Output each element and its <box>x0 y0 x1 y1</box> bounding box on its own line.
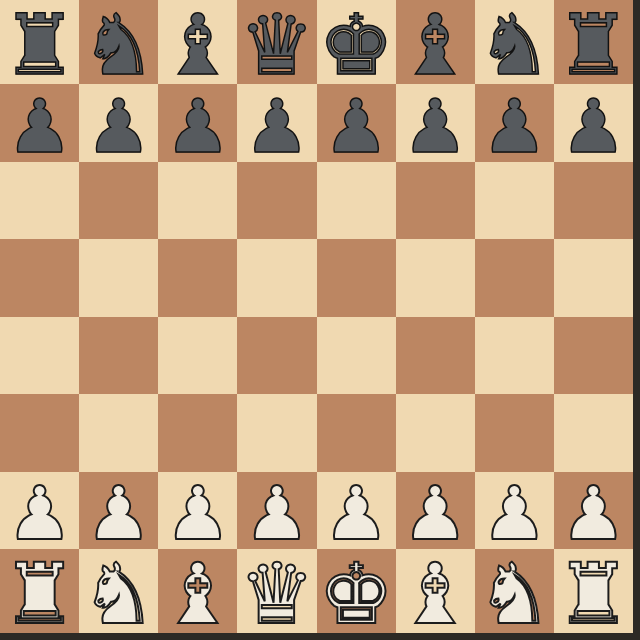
square-c2[interactable]: ♟ <box>158 472 237 550</box>
piece-black-king[interactable]: ♚ <box>318 3 393 87</box>
piece-black-pawn[interactable]: ♟ <box>560 89 626 163</box>
square-e2[interactable]: ♟ <box>317 472 396 550</box>
piece-white-pawn[interactable]: ♟ <box>481 476 547 550</box>
piece-white-bishop[interactable]: ♝ <box>398 552 473 636</box>
square-g1[interactable]: ♞ <box>475 549 554 633</box>
square-a3[interactable] <box>0 394 79 472</box>
square-a2[interactable]: ♟ <box>0 472 79 550</box>
square-c4[interactable] <box>158 317 237 395</box>
piece-black-pawn[interactable]: ♟ <box>6 89 72 163</box>
square-e1[interactable]: ♚ <box>317 549 396 633</box>
piece-black-knight[interactable]: ♞ <box>477 3 552 87</box>
square-e5[interactable] <box>317 239 396 317</box>
square-h5[interactable] <box>554 239 633 317</box>
piece-black-pawn[interactable]: ♟ <box>323 89 389 163</box>
square-f4[interactable] <box>396 317 475 395</box>
piece-white-queen[interactable]: ♛ <box>239 552 314 636</box>
square-d1[interactable]: ♛ <box>237 549 316 633</box>
square-e3[interactable] <box>317 394 396 472</box>
piece-black-queen[interactable]: ♛ <box>239 3 314 87</box>
piece-white-pawn[interactable]: ♟ <box>86 476 152 550</box>
square-g8[interactable]: ♞ <box>475 0 554 84</box>
square-c3[interactable] <box>158 394 237 472</box>
square-b5[interactable] <box>79 239 158 317</box>
piece-white-pawn[interactable]: ♟ <box>165 476 231 550</box>
square-e4[interactable] <box>317 317 396 395</box>
square-g6[interactable] <box>475 162 554 240</box>
square-f1[interactable]: ♝ <box>396 549 475 633</box>
piece-white-bishop[interactable]: ♝ <box>160 552 235 636</box>
piece-black-knight[interactable]: ♞ <box>81 3 156 87</box>
square-f2[interactable]: ♟ <box>396 472 475 550</box>
square-g5[interactable] <box>475 239 554 317</box>
square-b8[interactable]: ♞ <box>79 0 158 84</box>
square-d7[interactable]: ♟ <box>237 84 316 162</box>
square-h2[interactable]: ♟ <box>554 472 633 550</box>
piece-black-pawn[interactable]: ♟ <box>481 89 547 163</box>
piece-white-pawn[interactable]: ♟ <box>402 476 468 550</box>
square-h3[interactable] <box>554 394 633 472</box>
square-a4[interactable] <box>0 317 79 395</box>
square-c1[interactable]: ♝ <box>158 549 237 633</box>
square-c8[interactable]: ♝ <box>158 0 237 84</box>
square-h8[interactable]: ♜ <box>554 0 633 84</box>
square-d4[interactable] <box>237 317 316 395</box>
piece-white-pawn[interactable]: ♟ <box>244 476 310 550</box>
square-h4[interactable] <box>554 317 633 395</box>
piece-white-pawn[interactable]: ♟ <box>560 476 626 550</box>
piece-black-rook[interactable]: ♜ <box>2 3 77 87</box>
square-c5[interactable] <box>158 239 237 317</box>
square-b1[interactable]: ♞ <box>79 549 158 633</box>
square-a7[interactable]: ♟ <box>0 84 79 162</box>
piece-white-knight[interactable]: ♞ <box>81 552 156 636</box>
piece-white-pawn[interactable]: ♟ <box>6 476 72 550</box>
piece-black-bishop[interactable]: ♝ <box>398 3 473 87</box>
square-d5[interactable] <box>237 239 316 317</box>
piece-black-pawn[interactable]: ♟ <box>244 89 310 163</box>
square-h7[interactable]: ♟ <box>554 84 633 162</box>
square-e8[interactable]: ♚ <box>317 0 396 84</box>
square-a8[interactable]: ♜ <box>0 0 79 84</box>
square-b2[interactable]: ♟ <box>79 472 158 550</box>
piece-white-king[interactable]: ♚ <box>318 552 393 636</box>
piece-white-rook[interactable]: ♜ <box>2 552 77 636</box>
square-c7[interactable]: ♟ <box>158 84 237 162</box>
square-b3[interactable] <box>79 394 158 472</box>
piece-white-pawn[interactable]: ♟ <box>323 476 389 550</box>
square-g7[interactable]: ♟ <box>475 84 554 162</box>
piece-black-rook[interactable]: ♜ <box>556 3 631 87</box>
square-e6[interactable] <box>317 162 396 240</box>
square-c6[interactable] <box>158 162 237 240</box>
piece-black-pawn[interactable]: ♟ <box>86 89 152 163</box>
square-f5[interactable] <box>396 239 475 317</box>
square-f6[interactable] <box>396 162 475 240</box>
square-f8[interactable]: ♝ <box>396 0 475 84</box>
square-g4[interactable] <box>475 317 554 395</box>
square-d3[interactable] <box>237 394 316 472</box>
square-d8[interactable]: ♛ <box>237 0 316 84</box>
square-a6[interactable] <box>0 162 79 240</box>
square-d6[interactable] <box>237 162 316 240</box>
square-h1[interactable]: ♜ <box>554 549 633 633</box>
square-f3[interactable] <box>396 394 475 472</box>
chess-board: ♜♞♝♛♚♝♞♜♟♟♟♟♟♟♟♟♟♟♟♟♟♟♟♟♜♞♝♛♚♝♞♜ <box>0 0 633 633</box>
piece-white-rook[interactable]: ♜ <box>556 552 631 636</box>
square-e7[interactable]: ♟ <box>317 84 396 162</box>
piece-black-pawn[interactable]: ♟ <box>165 89 231 163</box>
square-d2[interactable]: ♟ <box>237 472 316 550</box>
square-b7[interactable]: ♟ <box>79 84 158 162</box>
square-g3[interactable] <box>475 394 554 472</box>
square-f7[interactable]: ♟ <box>396 84 475 162</box>
square-b4[interactable] <box>79 317 158 395</box>
piece-black-pawn[interactable]: ♟ <box>402 89 468 163</box>
square-a1[interactable]: ♜ <box>0 549 79 633</box>
square-g2[interactable]: ♟ <box>475 472 554 550</box>
square-a5[interactable] <box>0 239 79 317</box>
square-h6[interactable] <box>554 162 633 240</box>
square-b6[interactable] <box>79 162 158 240</box>
piece-black-bishop[interactable]: ♝ <box>160 3 235 87</box>
piece-white-knight[interactable]: ♞ <box>477 552 552 636</box>
